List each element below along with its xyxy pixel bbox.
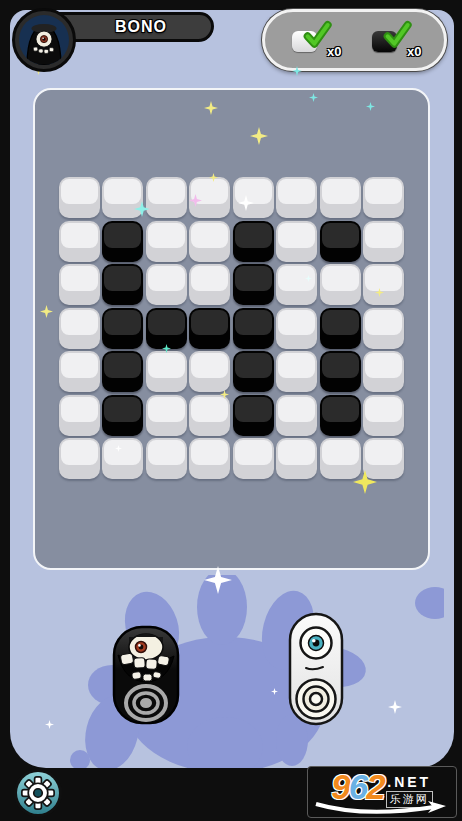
tile-r7c1-white[interactable]: [59, 438, 100, 479]
tile-r1c8-white[interactable]: [363, 177, 404, 218]
tile-r2c8-white[interactable]: [363, 221, 404, 262]
tile-r2c4-white[interactable]: [189, 221, 230, 262]
tile-r7c7-white[interactable]: [320, 438, 361, 479]
tile-r3c2-black[interactable]: [102, 264, 143, 305]
white-tile-count: x0: [327, 44, 341, 59]
watermark-net: .NET: [387, 774, 431, 790]
tile-r4c8-white[interactable]: [363, 308, 404, 349]
black-tile-counter: x0: [372, 23, 418, 57]
tile-r6c8-white[interactable]: [363, 395, 404, 436]
tile-r7c2-white[interactable]: [102, 438, 143, 479]
tile-r2c5-black[interactable]: [233, 221, 274, 262]
tile-r2c2-black[interactable]: [102, 221, 143, 262]
game-background: [10, 10, 454, 768]
tile-r2c1-white[interactable]: [59, 221, 100, 262]
tile-r1c6-white[interactable]: [276, 177, 317, 218]
tile-r6c5-black[interactable]: [233, 395, 274, 436]
player-avatar[interactable]: [12, 8, 76, 72]
tile-r3c1-white[interactable]: [59, 264, 100, 305]
tile-r6c3-white[interactable]: [146, 395, 187, 436]
tile-r1c5-white[interactable]: [233, 177, 274, 218]
tile-r2c6-white[interactable]: [276, 221, 317, 262]
watermark-number: 962: [331, 770, 383, 803]
swoosh-arrow-icon: [314, 800, 452, 816]
tile-r6c4-white[interactable]: [189, 395, 230, 436]
tile-r5c8-white[interactable]: [363, 351, 404, 392]
tile-r3c6-white[interactable]: [276, 264, 317, 305]
tile-r6c1-white[interactable]: [59, 395, 100, 436]
game-window: BONO: [0, 0, 462, 821]
tile-r4c3-black[interactable]: [146, 308, 187, 349]
tile-r7c3-white[interactable]: [146, 438, 187, 479]
tile-r4c6-white[interactable]: [276, 308, 317, 349]
tile-r1c1-white[interactable]: [59, 177, 100, 218]
tile-r7c6-white[interactable]: [276, 438, 317, 479]
tile-r4c5-black[interactable]: [233, 308, 274, 349]
tile-r4c7-black[interactable]: [320, 308, 361, 349]
tile-grid: [59, 177, 405, 479]
gear-icon: [21, 776, 55, 810]
tile-r5c4-white[interactable]: [189, 351, 230, 392]
tile-r6c2-black[interactable]: [102, 395, 143, 436]
tile-r7c8-white[interactable]: [363, 438, 404, 479]
tile-r2c7-black[interactable]: [320, 221, 361, 262]
white-tile-counter: x0: [292, 23, 338, 57]
black-tile-count: x0: [407, 44, 421, 59]
tile-r1c3-white[interactable]: [146, 177, 187, 218]
tile-r5c2-black[interactable]: [102, 351, 143, 392]
tile-r7c5-white[interactable]: [233, 438, 274, 479]
player-name: BONO: [115, 18, 167, 36]
white-character: [288, 612, 344, 726]
puzzle-board-panel: [33, 88, 430, 570]
tile-r4c4-black[interactable]: [189, 308, 230, 349]
tile-r3c8-white[interactable]: [363, 264, 404, 305]
tile-r3c7-white[interactable]: [320, 264, 361, 305]
watermark-logo: 962 .NET 乐游网: [307, 766, 457, 818]
tile-r5c1-white[interactable]: [59, 351, 100, 392]
tile-r2c3-white[interactable]: [146, 221, 187, 262]
settings-button[interactable]: [17, 772, 59, 814]
avatar-creature-icon: [19, 15, 69, 65]
goal-panel: x0 x0: [262, 9, 447, 71]
black-character: [112, 625, 180, 725]
tile-r1c7-white[interactable]: [320, 177, 361, 218]
tile-r5c3-white[interactable]: [146, 351, 187, 392]
tile-r5c6-white[interactable]: [276, 351, 317, 392]
tile-r5c7-black[interactable]: [320, 351, 361, 392]
tile-r5c5-black[interactable]: [233, 351, 274, 392]
tile-r6c6-white[interactable]: [276, 395, 317, 436]
tile-r4c2-black[interactable]: [102, 308, 143, 349]
tile-r6c7-black[interactable]: [320, 395, 361, 436]
tile-r3c4-white[interactable]: [189, 264, 230, 305]
avatar-portrait: [19, 15, 69, 65]
tile-r3c3-white[interactable]: [146, 264, 187, 305]
ink-splat-decoration: [40, 575, 444, 768]
tile-r1c2-white[interactable]: [102, 177, 143, 218]
tile-r3c5-black[interactable]: [233, 264, 274, 305]
tile-r7c4-white[interactable]: [189, 438, 230, 479]
tile-r4c1-white[interactable]: [59, 308, 100, 349]
